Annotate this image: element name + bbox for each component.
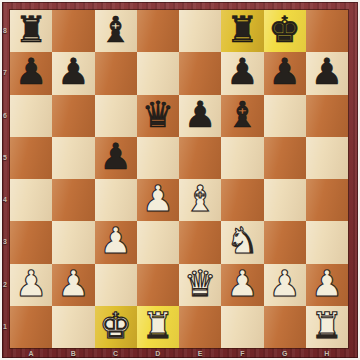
square-h7[interactable]: ♟ (306, 52, 348, 94)
square-e1[interactable] (179, 306, 221, 348)
square-a7[interactable]: ♟ (10, 52, 52, 94)
square-b2[interactable]: ♟ (52, 264, 94, 306)
file-label-d: D (137, 349, 179, 359)
square-c7[interactable] (95, 52, 137, 94)
square-b3[interactable] (52, 221, 94, 263)
file-label-c: C (95, 349, 137, 359)
black-queen-d6[interactable]: ♛ (142, 97, 174, 133)
file-label-e: E (179, 349, 221, 359)
square-b8[interactable] (52, 10, 94, 52)
white-pawn-a2[interactable]: ♟ (15, 266, 47, 302)
white-bishop-e4[interactable]: ♝ (184, 181, 216, 217)
square-e5[interactable] (179, 137, 221, 179)
black-pawn-h7[interactable]: ♟ (311, 54, 343, 90)
rank-label-5: 5 (1, 137, 9, 179)
square-h2[interactable]: ♟ (306, 264, 348, 306)
square-g2[interactable]: ♟ (264, 264, 306, 306)
square-f3[interactable]: ♞ (221, 221, 263, 263)
square-f4[interactable] (221, 179, 263, 221)
square-g3[interactable] (264, 221, 306, 263)
file-label-h: H (306, 349, 348, 359)
file-label-a: A (10, 349, 52, 359)
square-c4[interactable] (95, 179, 137, 221)
square-e2[interactable]: ♛ (179, 264, 221, 306)
white-pawn-g2[interactable]: ♟ (268, 266, 300, 302)
square-a5[interactable] (10, 137, 52, 179)
white-rook-d1[interactable]: ♜ (142, 308, 174, 344)
square-e7[interactable] (179, 52, 221, 94)
black-king-g8[interactable]: ♚ (268, 12, 300, 48)
rank-label-7: 7 (1, 52, 9, 94)
square-c2[interactable] (95, 264, 137, 306)
black-pawn-a7[interactable]: ♟ (15, 54, 47, 90)
square-g5[interactable] (264, 137, 306, 179)
square-f7[interactable]: ♟ (221, 52, 263, 94)
rank-label-6: 6 (1, 95, 9, 137)
square-e4[interactable]: ♝ (179, 179, 221, 221)
square-a6[interactable] (10, 95, 52, 137)
square-d2[interactable] (137, 264, 179, 306)
square-d8[interactable] (137, 10, 179, 52)
square-b4[interactable] (52, 179, 94, 221)
white-queen-e2[interactable]: ♛ (184, 266, 216, 302)
square-e8[interactable] (179, 10, 221, 52)
square-f6[interactable]: ♝ (221, 95, 263, 137)
square-h3[interactable] (306, 221, 348, 263)
square-a2[interactable]: ♟ (10, 264, 52, 306)
square-g6[interactable] (264, 95, 306, 137)
black-bishop-f6[interactable]: ♝ (226, 97, 258, 133)
white-pawn-d4[interactable]: ♟ (142, 181, 174, 217)
square-d4[interactable]: ♟ (137, 179, 179, 221)
rank-label-4: 4 (1, 179, 9, 221)
square-d6[interactable]: ♛ (137, 95, 179, 137)
square-c1[interactable]: ♚ (95, 306, 137, 348)
square-a8[interactable]: ♜ (10, 10, 52, 52)
square-b6[interactable] (52, 95, 94, 137)
file-label-g: G (264, 349, 306, 359)
black-rook-f8[interactable]: ♜ (226, 12, 258, 48)
square-d3[interactable] (137, 221, 179, 263)
black-pawn-e6[interactable]: ♟ (184, 97, 216, 133)
square-b1[interactable] (52, 306, 94, 348)
rank-label-3: 3 (1, 221, 9, 263)
square-f2[interactable]: ♟ (221, 264, 263, 306)
white-king-c1[interactable]: ♚ (99, 308, 131, 344)
square-g1[interactable] (264, 306, 306, 348)
square-h1[interactable]: ♜ (306, 306, 348, 348)
square-d5[interactable] (137, 137, 179, 179)
square-c6[interactable] (95, 95, 137, 137)
square-f8[interactable]: ♜ (221, 10, 263, 52)
rank-label-1: 1 (1, 306, 9, 348)
square-f5[interactable] (221, 137, 263, 179)
square-c5[interactable]: ♟ (95, 137, 137, 179)
file-label-b: B (52, 349, 94, 359)
square-e3[interactable] (179, 221, 221, 263)
white-pawn-c3[interactable]: ♟ (99, 223, 131, 259)
square-a1[interactable] (10, 306, 52, 348)
white-pawn-h2[interactable]: ♟ (311, 266, 343, 302)
black-pawn-c5[interactable]: ♟ (99, 139, 131, 175)
square-h6[interactable] (306, 95, 348, 137)
square-h5[interactable] (306, 137, 348, 179)
square-h8[interactable] (306, 10, 348, 52)
rank-label-2: 2 (1, 264, 9, 306)
black-pawn-b7[interactable]: ♟ (57, 54, 89, 90)
white-rook-h1[interactable]: ♜ (311, 308, 343, 344)
black-pawn-f7[interactable]: ♟ (226, 54, 258, 90)
square-a3[interactable] (10, 221, 52, 263)
square-f1[interactable] (221, 306, 263, 348)
black-rook-a8[interactable]: ♜ (15, 12, 47, 48)
square-a4[interactable] (10, 179, 52, 221)
chess-board: ♜♝♜♚♟♟♟♟♟♛♟♝♟♟♝♟♞♟♟♛♟♟♟♚♜♜ (10, 10, 348, 348)
square-c8[interactable]: ♝ (95, 10, 137, 52)
square-e6[interactable]: ♟ (179, 95, 221, 137)
white-knight-f3[interactable]: ♞ (226, 223, 258, 259)
square-g4[interactable] (264, 179, 306, 221)
square-c3[interactable]: ♟ (95, 221, 137, 263)
file-label-f: F (221, 349, 263, 359)
white-pawn-b2[interactable]: ♟ (57, 266, 89, 302)
square-d7[interactable] (137, 52, 179, 94)
square-g7[interactable]: ♟ (264, 52, 306, 94)
square-d1[interactable]: ♜ (137, 306, 179, 348)
square-h4[interactable] (306, 179, 348, 221)
square-g8[interactable]: ♚ (264, 10, 306, 52)
black-pawn-g7[interactable]: ♟ (268, 54, 300, 90)
rank-label-8: 8 (1, 10, 9, 52)
square-b7[interactable]: ♟ (52, 52, 94, 94)
square-b5[interactable] (52, 137, 94, 179)
white-pawn-f2[interactable]: ♟ (226, 266, 258, 302)
black-bishop-c8[interactable]: ♝ (99, 12, 131, 48)
